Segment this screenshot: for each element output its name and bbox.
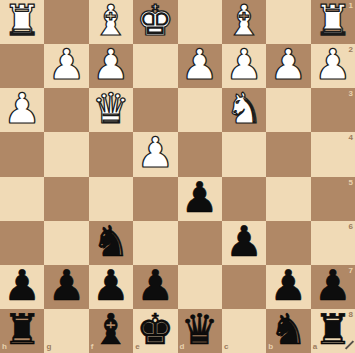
square-d6[interactable]: [178, 221, 222, 265]
square-g3[interactable]: [44, 88, 88, 132]
square-h6[interactable]: [0, 221, 44, 265]
square-f3[interactable]: ♛: [89, 88, 133, 132]
square-c4[interactable]: [222, 132, 266, 176]
square-g4[interactable]: [44, 132, 88, 176]
black-pawn-piece[interactable]: ♟: [48, 265, 86, 307]
square-g1[interactable]: [44, 0, 88, 44]
white-pawn-piece[interactable]: ♟: [314, 44, 352, 86]
black-knight-piece[interactable]: ♞: [92, 221, 130, 263]
square-d7[interactable]: [178, 265, 222, 309]
white-bishop-piece[interactable]: ♝: [92, 0, 130, 42]
rank-label-3: 3: [349, 90, 353, 98]
black-pawn-piece[interactable]: ♟: [3, 265, 41, 307]
square-h4[interactable]: [0, 132, 44, 176]
square-f4[interactable]: [89, 132, 133, 176]
square-a2[interactable]: ♟2: [311, 44, 355, 88]
square-e4[interactable]: ♟: [133, 132, 177, 176]
white-pawn-piece[interactable]: ♟: [181, 44, 219, 86]
white-pawn-piece[interactable]: ♟: [136, 132, 174, 174]
square-a6[interactable]: 6: [311, 221, 355, 265]
square-e8[interactable]: ♚e: [133, 309, 177, 353]
square-a4[interactable]: 4: [311, 132, 355, 176]
black-queen-piece[interactable]: ♛: [181, 309, 219, 351]
white-pawn-piece[interactable]: ♟: [270, 44, 308, 86]
square-b3[interactable]: [266, 88, 310, 132]
square-b8[interactable]: ♞b: [266, 309, 310, 353]
square-h8[interactable]: ♜h: [0, 309, 44, 353]
square-d8[interactable]: ♛d: [178, 309, 222, 353]
white-bishop-piece[interactable]: ♝: [225, 0, 263, 42]
square-f1[interactable]: ♝: [89, 0, 133, 44]
white-rook-piece[interactable]: ♜: [3, 0, 41, 42]
resize-grip-icon[interactable]: [344, 340, 354, 350]
white-king-piece[interactable]: ♚: [136, 0, 174, 42]
square-c6[interactable]: ♟: [222, 221, 266, 265]
square-d4[interactable]: [178, 132, 222, 176]
square-d1[interactable]: [178, 0, 222, 44]
square-g7[interactable]: ♟: [44, 265, 88, 309]
white-rook-piece[interactable]: ♜: [314, 0, 352, 42]
file-label-g: g: [46, 343, 51, 351]
square-e5[interactable]: [133, 177, 177, 221]
black-pawn-piece[interactable]: ♟: [270, 265, 308, 307]
square-e1[interactable]: ♚: [133, 0, 177, 44]
square-e2[interactable]: [133, 44, 177, 88]
square-d2[interactable]: ♟: [178, 44, 222, 88]
square-h2[interactable]: [0, 44, 44, 88]
black-pawn-piece[interactable]: ♟: [92, 265, 130, 307]
white-pawn-piece[interactable]: ♟: [48, 44, 86, 86]
square-a1[interactable]: ♜1: [311, 0, 355, 44]
file-label-c: c: [224, 343, 228, 351]
white-pawn-piece[interactable]: ♟: [92, 44, 130, 86]
square-e7[interactable]: ♟: [133, 265, 177, 309]
black-pawn-piece[interactable]: ♟: [314, 265, 352, 307]
square-f2[interactable]: ♟: [89, 44, 133, 88]
black-king-piece[interactable]: ♚: [136, 309, 174, 351]
black-pawn-piece[interactable]: ♟: [181, 177, 219, 219]
black-pawn-piece[interactable]: ♟: [136, 265, 174, 307]
square-b5[interactable]: [266, 177, 310, 221]
square-h1[interactable]: ♜: [0, 0, 44, 44]
black-bishop-piece[interactable]: ♝: [92, 309, 130, 351]
square-c1[interactable]: ♝: [222, 0, 266, 44]
square-f6[interactable]: ♞: [89, 221, 133, 265]
square-e3[interactable]: [133, 88, 177, 132]
square-c2[interactable]: ♟: [222, 44, 266, 88]
square-h3[interactable]: ♟: [0, 88, 44, 132]
square-g6[interactable]: [44, 221, 88, 265]
square-a7[interactable]: ♟7: [311, 265, 355, 309]
square-b2[interactable]: ♟: [266, 44, 310, 88]
black-rook-piece[interactable]: ♜: [3, 309, 41, 351]
square-g5[interactable]: [44, 177, 88, 221]
square-h5[interactable]: [0, 177, 44, 221]
square-b6[interactable]: [266, 221, 310, 265]
square-d3[interactable]: [178, 88, 222, 132]
square-b4[interactable]: [266, 132, 310, 176]
square-h7[interactable]: ♟: [0, 265, 44, 309]
square-e6[interactable]: [133, 221, 177, 265]
white-knight-piece[interactable]: ♞: [225, 88, 263, 130]
white-pawn-piece[interactable]: ♟: [3, 88, 41, 130]
square-a5[interactable]: 5: [311, 177, 355, 221]
rank-label-4: 4: [349, 134, 353, 142]
square-f5[interactable]: [89, 177, 133, 221]
chess-board: ♜♝♚♝♜1♟♟♟♟♟♟2♟♛♞3♟4♟5♞♟6♟♟♟♟♟♟7♜hg♝f♚e♛d…: [0, 0, 355, 353]
black-knight-piece[interactable]: ♞: [270, 309, 308, 351]
square-c5[interactable]: [222, 177, 266, 221]
white-pawn-piece[interactable]: ♟: [225, 44, 263, 86]
chess-app-window: ♜♝♚♝♜1♟♟♟♟♟♟2♟♛♞3♟4♟5♞♟6♟♟♟♟♟♟7♜hg♝f♚e♛d…: [0, 0, 355, 353]
square-a3[interactable]: 3: [311, 88, 355, 132]
square-f8[interactable]: ♝f: [89, 309, 133, 353]
rank-label-5: 5: [349, 179, 353, 187]
square-c8[interactable]: c: [222, 309, 266, 353]
black-pawn-piece[interactable]: ♟: [225, 221, 263, 263]
rank-label-6: 6: [349, 223, 353, 231]
square-g2[interactable]: ♟: [44, 44, 88, 88]
square-b1[interactable]: [266, 0, 310, 44]
square-b7[interactable]: ♟: [266, 265, 310, 309]
white-queen-piece[interactable]: ♛: [92, 88, 130, 130]
square-c3[interactable]: ♞: [222, 88, 266, 132]
square-c7[interactable]: [222, 265, 266, 309]
square-d5[interactable]: ♟: [178, 177, 222, 221]
square-f7[interactable]: ♟: [89, 265, 133, 309]
square-g8[interactable]: g: [44, 309, 88, 353]
